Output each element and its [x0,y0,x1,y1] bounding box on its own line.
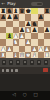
page-title: Play [7,2,15,6]
piece-white-rook[interactable]: ♜ [44,52,49,58]
player-bar-icon-3[interactable] [11,69,14,72]
piece-white-bishop[interactable]: ♝ [13,52,18,58]
back-arrow-icon[interactable]: ← [2,2,6,7]
chess-board[interactable]: ♜♞♝♛♚♜♟♟♟♟♟♞♟♞♟♟♝♟♟♞♟♟♟♟♟♟♜♝♛♚♝♜ [0,8,50,58]
toolbar-button-3[interactable] [16,60,21,65]
player-bar-icon-1[interactable] [2,69,5,72]
empty-background [0,74,50,91]
toolbar-button-7[interactable] [44,60,49,65]
player-clock-red[interactable] [43,68,49,72]
toolbar-button-2[interactable] [9,60,14,65]
square-h1[interactable]: ♜ [44,52,50,58]
toolbar-button-1[interactable] [2,60,7,65]
nav-recents-icon[interactable]: □ [34,93,38,98]
player-bar-icon-2[interactable] [6,69,9,72]
nav-back-icon[interactable]: ◁ [12,93,15,98]
player-bar-icon-4[interactable] [15,69,18,72]
piece-white-rook[interactable]: ♜ [0,52,5,58]
piece-white-bishop[interactable]: ♝ [32,52,37,58]
toolbar-button-5[interactable] [30,60,35,65]
opponent-clock-pill[interactable] [31,2,43,6]
android-nav-bar: ◁ ○ □ [0,91,50,100]
opponent-clock-text [37,3,42,5]
piece-white-queen[interactable]: ♛ [19,52,24,58]
game-toolbar [0,58,50,67]
nav-home-icon[interactable]: ○ [23,93,27,98]
piece-white-king[interactable]: ♚ [25,52,30,58]
toolbar-button-4[interactable] [23,60,28,65]
top-app-bar: ← Play [0,0,50,8]
player-bar [0,67,50,75]
toolbar-button-6[interactable] [37,60,42,65]
